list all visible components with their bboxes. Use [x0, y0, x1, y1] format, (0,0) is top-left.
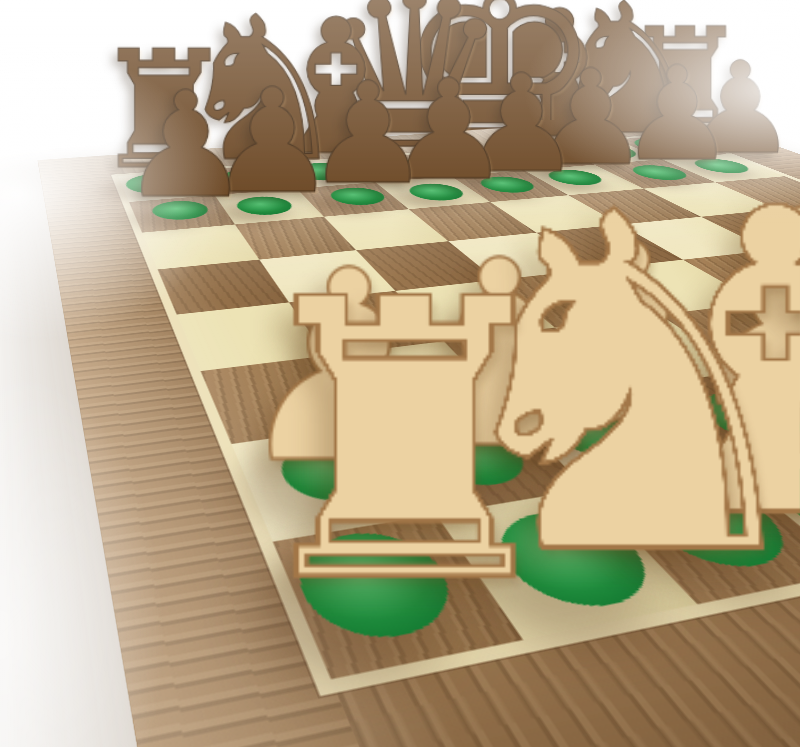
chess-board: ♜♞♝♛♚♝♞♜♟♟♟♟♟♟♟♟♟♟♟♟♟♟♟♟♜♞♝♛♚♝♞♜	[38, 115, 800, 747]
scene: ♜♞♝♛♚♝♞♜♟♟♟♟♟♟♟♟♟♟♟♟♟♟♟♟♜♞♝♛♚♝♞♜	[0, 0, 800, 747]
photo-canvas: ♜♞♝♛♚♝♞♜♟♟♟♟♟♟♟♟♟♟♟♟♟♟♟♟♜♞♝♛♚♝♞♜	[0, 0, 800, 747]
white-rook-glyph: ♜	[51, 250, 756, 635]
